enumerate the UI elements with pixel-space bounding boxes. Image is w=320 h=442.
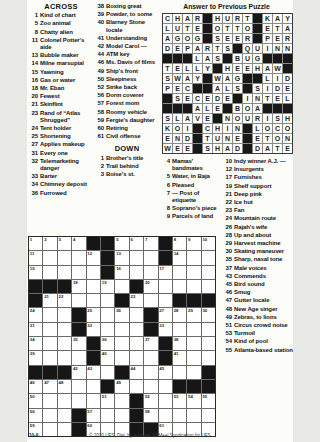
puzzle-cell-r13c7[interactable] [115, 409, 128, 422]
answer-cell-r10c5: L [203, 104, 212, 113]
puzzle-cell-r12c10[interactable] [159, 394, 172, 407]
answer-cell-r3c12: E [273, 34, 282, 43]
puzzle-cell-r6c8[interactable] [130, 308, 143, 321]
grid-clue-number: 52 [145, 394, 150, 399]
puzzle-cell-r9c7[interactable] [115, 351, 128, 364]
answer-cell-r14c2: E [173, 144, 182, 153]
down-clue-23: 23Fan [223, 207, 293, 214]
answer-cell-r6c1: T [163, 64, 172, 73]
across-clue-31: 31Every one [29, 150, 93, 157]
clue-number: 2 [95, 163, 104, 170]
answer-black-cell-r6c13 [283, 64, 292, 73]
clue-number: 6 [161, 182, 170, 189]
answer-cell-r12c8: N [233, 124, 242, 133]
puzzle-cell-r13c2[interactable] [43, 409, 56, 422]
puzzle-cell-r13c12[interactable] [187, 409, 200, 422]
answer-cell-r1c12: A [273, 14, 282, 23]
puzzle-black-cell-r4c3 [58, 280, 71, 293]
puzzle-cell-r9c12[interactable] [187, 351, 200, 364]
puzzle-black-cell-r1c6 [101, 237, 114, 250]
answer-cell-r4c10: U [253, 44, 262, 53]
puzzle-cell-r1c4[interactable]: 4 [72, 237, 85, 250]
across-clue-60: 60Retiring [95, 125, 159, 132]
down-clue-7: 7— Post of etiquette [161, 190, 221, 204]
puzzle-cell-r13c11[interactable] [173, 409, 186, 422]
answer-cell-r6c4: L [193, 64, 202, 73]
puzzle-cell-r4c13[interactable] [202, 280, 215, 293]
across-header: ACROSS [29, 3, 93, 10]
answer-cell-r11c4: V [193, 114, 202, 123]
puzzle-black-cell-r9c5 [87, 351, 100, 364]
puzzle-cell-r11c10[interactable] [159, 380, 172, 393]
answer-cell-r7c6: W [213, 74, 222, 83]
answer-cell-r11c12: S [273, 114, 282, 123]
answer-cell-r7c1: S [163, 74, 172, 83]
answer-cell-r9c5: E [203, 94, 212, 103]
puzzle-cell-r1c2[interactable]: 2 [43, 237, 56, 250]
clue-number: 14 [29, 60, 38, 67]
clue-number: 30 [223, 248, 232, 255]
puzzle-grid[interactable]: 1234567891011121314151617181920212223242… [28, 236, 216, 437]
answer-black-cell-r5c3 [183, 54, 192, 63]
puzzle-cell-r12c5[interactable] [87, 394, 100, 407]
clue-number: 17 [223, 174, 232, 181]
across-clue-5: 5Zoo animal [29, 20, 93, 27]
puzzle-cell-r11c4[interactable] [72, 380, 85, 393]
grid-clue-number: 29 [188, 308, 193, 313]
puzzle-black-cell-r8c10 [159, 337, 172, 350]
down-clue-22: 22Ice hut [223, 199, 293, 206]
puzzle-cell-r1c11[interactable]: 8 [173, 237, 186, 250]
puzzle-cell-r7c1[interactable]: 31 [29, 323, 42, 336]
answer-cell-r2c1: L [163, 24, 172, 33]
puzzle-cell-r6c12[interactable]: 29 [187, 308, 200, 321]
puzzle-cell-r7c7[interactable] [115, 323, 128, 336]
answer-black-cell-r10c13 [283, 104, 292, 113]
answer-cell-r3c1: A [163, 34, 172, 43]
puzzle-cell-r9c11[interactable]: 41 [173, 351, 186, 364]
puzzle-black-cell-r13c8 [130, 409, 143, 422]
puzzle-cell-r12c11[interactable]: 53 [173, 394, 186, 407]
puzzle-cell-r6c3[interactable] [58, 308, 71, 321]
clue-number: 34 [29, 181, 38, 188]
clue-number: 32 [29, 158, 38, 165]
answer-black-cell-r10c11 [263, 104, 272, 113]
puzzle-cell-r12c12[interactable]: 54 [187, 394, 200, 407]
clue-number: 24 [29, 125, 38, 132]
puzzle-cell-r4c9[interactable]: 20 [144, 280, 157, 293]
puzzle-cell-r11c1[interactable]: 46 [29, 380, 42, 393]
across-clue-52: 52Strike back [95, 84, 159, 91]
puzzle-cell-r5c2[interactable]: 21 [43, 294, 56, 307]
down-clue-2: 2Trail behind [95, 163, 159, 170]
down-clue-47: 47Gutter locale [223, 297, 293, 304]
answer-cell-r2c6: O [213, 24, 222, 33]
puzzle-cell-r9c4[interactable] [72, 351, 85, 364]
grid-clue-number: 31 [30, 323, 35, 328]
puzzle-cell-r9c2[interactable] [43, 351, 56, 364]
answer-cell-r13c5: T [203, 134, 212, 143]
down-header: DOWN [95, 145, 159, 152]
answer-cell-r3c2: G [173, 34, 182, 43]
puzzle-cell-r7c2[interactable] [43, 323, 56, 336]
puzzle-cell-r5c6[interactable] [101, 294, 114, 307]
puzzle-cell-r14c2[interactable] [43, 423, 56, 436]
down-clue-1: 1Brother's title [95, 155, 159, 162]
puzzle-cell-r11c8[interactable] [130, 380, 143, 393]
answer-cell-r2c4: E [193, 24, 202, 33]
answer-cell-r14c13: E [283, 144, 292, 153]
puzzle-cell-r6c13[interactable]: 30 [202, 308, 215, 321]
answer-cell-r10c10: A [253, 104, 262, 113]
puzzle-cell-r4c6[interactable]: 19 [101, 280, 114, 293]
answer-cell-r9c3: E [183, 94, 192, 103]
answer-cell-r10c6: E [213, 104, 222, 113]
answer-cell-r11c9: U [243, 114, 252, 123]
puzzle-cell-r12c4[interactable] [72, 394, 85, 407]
puzzle-cell-r7c8[interactable] [130, 323, 143, 336]
puzzle-cell-r12c9[interactable]: 52 [144, 394, 157, 407]
grid-clue-number: 56 [30, 409, 35, 414]
puzzle-cell-r1c12[interactable]: 9 [187, 237, 200, 250]
puzzle-cell-r7c6[interactable] [101, 323, 114, 336]
puzzle-cell-r4c12[interactable] [187, 280, 200, 293]
puzzle-cell-r8c2[interactable] [43, 337, 56, 350]
answer-cell-r6c10: H [253, 64, 262, 73]
puzzle-cell-r9c9[interactable] [144, 351, 157, 364]
clue-number: 45 [223, 281, 232, 288]
down-clue-49: 49Zebras, to lions [223, 314, 293, 321]
answer-cell-r13c3: D [183, 134, 192, 143]
puzzle-cell-r3c13[interactable] [202, 266, 215, 279]
grid-clue-number: 54 [188, 394, 193, 399]
clue-number: 46 [223, 289, 232, 296]
answer-cell-r5c10: G [253, 54, 262, 63]
answer-cell-r14c5: S [203, 144, 212, 153]
puzzle-cell-r6c10[interactable]: 27 [159, 308, 172, 321]
answer-cell-r13c10: E [253, 134, 262, 143]
grid-clue-number: 19 [102, 280, 107, 285]
answer-cell-r3c4: G [193, 34, 202, 43]
puzzle-cell-r8c9[interactable]: 37 [144, 337, 157, 350]
puzzle-black-cell-r5c1 [29, 294, 42, 307]
grid-clue-number: 58 [145, 409, 150, 414]
puzzle-cell-r6c11[interactable]: 28 [173, 308, 186, 321]
puzzle-cell-r12c13[interactable]: 55 [202, 394, 215, 407]
puzzle-black-cell-r11c6 [101, 380, 114, 393]
puzzle-cell-r9c13[interactable] [202, 351, 215, 364]
answer-cell-r5c5: A [203, 54, 212, 63]
grid-clue-number: 48 [59, 380, 64, 385]
across-clue-13: 13Bubble maker [29, 52, 93, 59]
clue-number: 35 [223, 256, 232, 263]
across-clue-25: 25Shortening [29, 133, 93, 140]
puzzle-cell-r9c3[interactable] [58, 351, 71, 364]
puzzle-cell-r10c10[interactable]: 45 [159, 366, 172, 379]
puzzle-cell-r10c12[interactable] [187, 366, 200, 379]
answer-cell-r9c7: E [223, 94, 232, 103]
puzzle-cell-r6c5[interactable]: 25 [87, 308, 100, 321]
answer-black-cell-r7c10 [253, 74, 262, 83]
puzzle-cell-r10c8[interactable]: 44 [130, 366, 143, 379]
grid-clue-number: 12 [87, 251, 92, 256]
puzzle-cell-r8c1[interactable]: 34 [29, 337, 42, 350]
puzzle-black-cell-r5c13 [202, 294, 215, 307]
puzzle-cell-r3c10[interactable]: 17 [159, 266, 172, 279]
puzzle-cell-r3c1[interactable]: 15 [29, 266, 42, 279]
puzzle-cell-r13c9[interactable]: 58 [144, 409, 157, 422]
answer-black-cell-r3c10 [253, 34, 262, 43]
puzzle-cell-r13c5[interactable]: 57 [87, 409, 100, 422]
grid-clue-number: 26 [116, 308, 121, 313]
puzzle-cell-r8c11[interactable]: 38 [173, 337, 186, 350]
puzzle-cell-r7c10[interactable]: 33 [159, 323, 172, 336]
puzzle-cell-r10c5[interactable]: 43 [87, 366, 100, 379]
puzzle-cell-r7c12[interactable] [187, 323, 200, 336]
puzzle-cell-r8c6[interactable]: 36 [101, 337, 114, 350]
puzzle-cell-r12c7[interactable] [115, 394, 128, 407]
answer-cell-r13c1: E [163, 134, 172, 143]
puzzle-cell-r4c7[interactable] [115, 280, 128, 293]
answer-cell-r2c9: O [243, 24, 252, 33]
answer-cell-r1c4: R [193, 14, 202, 23]
answer-cell-r9c10: N [253, 94, 262, 103]
puzzle-cell-r4c11[interactable] [173, 280, 186, 293]
answer-cell-r9c12: E [273, 94, 282, 103]
grid-clue-number: 16 [116, 266, 121, 271]
puzzle-cell-r1c8[interactable]: 6 [130, 237, 143, 250]
answer-black-cell-r2c5 [203, 24, 212, 33]
puzzle-cell-r13c13[interactable] [202, 409, 215, 422]
clue-number: 7 [161, 190, 170, 197]
across-clue-34: 34Chimney deposit [29, 181, 93, 188]
down-clue-21: 21Deep pink [223, 191, 293, 198]
down-clue-12: 12Insurgents [223, 166, 293, 173]
grid-clue-number: 37 [145, 337, 150, 342]
puzzle-cell-r1c7[interactable]: 5 [115, 237, 128, 250]
puzzle-cell-r6c2[interactable] [43, 308, 56, 321]
puzzle-cell-r13c1[interactable]: 56 [29, 409, 42, 422]
answer-cell-r14c3: E [183, 144, 192, 153]
grid-clue-number: 61 [159, 423, 164, 428]
across-clue-list-1: 1Kind of chart5Zoo animal8Chatty alien11… [29, 12, 93, 197]
answer-cell-r1c3: A [183, 14, 192, 23]
puzzle-cell-r5c5[interactable] [87, 294, 100, 307]
across-clue-21: 21Skinflint [29, 101, 93, 108]
puzzle-cell-r10c9[interactable] [144, 366, 157, 379]
answer-cell-r12c2: O [173, 124, 182, 133]
answer-cell-r2c3: T [183, 24, 192, 33]
answer-cell-r3c8: E [233, 34, 242, 43]
answer-black-cell-r9c8 [233, 94, 242, 103]
puzzle-cell-r6c1[interactable]: 24 [29, 308, 42, 321]
puzzle-cell-r10c6[interactable] [101, 366, 114, 379]
puzzle-cell-r10c11[interactable] [173, 366, 186, 379]
clue-number: 40 [95, 19, 104, 26]
puzzle-cell-r12c1[interactable]: 50 [29, 394, 42, 407]
answer-cell-r6c2: E [173, 64, 182, 73]
answer-cell-r9c13: L [283, 94, 292, 103]
puzzle-cell-r2c11[interactable]: 14 [173, 251, 186, 264]
clue-number: 46 [95, 59, 104, 66]
grid-clue-number: 50 [30, 394, 35, 399]
answer-cell-r9c11: T [263, 94, 272, 103]
puzzle-cell-r11c7[interactable]: 49 [115, 380, 128, 393]
puzzle-cell-r1c9[interactable]: 7 [144, 237, 157, 250]
puzzle-cell-r11c5[interactable] [87, 380, 100, 393]
puzzle-cell-r1c13[interactable]: 10 [202, 237, 215, 250]
puzzle-cell-r7c5[interactable]: 32 [87, 323, 100, 336]
clue-number: 25 [29, 133, 38, 140]
answer-cell-r6c12: W [273, 64, 282, 73]
puzzle-cell-r4c5[interactable] [87, 280, 100, 293]
puzzle-cell-r2c8[interactable] [130, 251, 143, 264]
puzzle-cell-r11c3[interactable]: 48 [58, 380, 71, 393]
puzzle-cell-r2c9[interactable] [144, 251, 157, 264]
answer-cell-r1c11: K [263, 14, 272, 23]
grid-clue-number: 11 [30, 251, 35, 256]
puzzle-cell-r3c9[interactable] [144, 266, 157, 279]
answer-cell-r12c10: L [253, 124, 262, 133]
across-clue-32: 32Telemarketing danger [29, 158, 93, 172]
puzzle-cell-r9c1[interactable]: 39 [29, 351, 42, 364]
puzzle-cell-r7c11[interactable] [173, 323, 186, 336]
puzzle-cell-r1c1[interactable]: 1 [29, 237, 42, 250]
across-clue-11: 11Colonel Potter's aide [29, 37, 93, 51]
puzzle-cell-r2c2[interactable] [43, 251, 56, 264]
answer-black-cell-r5c13 [283, 54, 292, 63]
puzzle-cell-r2c12[interactable] [187, 251, 200, 264]
answer-cell-r2c12: T [273, 24, 282, 33]
puzzle-cell-r4c4[interactable]: 18 [72, 280, 85, 293]
answer-black-cell-r7c9 [243, 74, 252, 83]
puzzle-cell-r3c2[interactable] [43, 266, 56, 279]
answer-cell-r7c7: A [223, 74, 232, 83]
puzzle-cell-r8c8[interactable] [130, 337, 143, 350]
across-clue-14: 14Milne marsupial [29, 60, 93, 67]
down-clue-26: 26Rajah's wife [223, 224, 293, 231]
clue-number: 12 [223, 166, 232, 173]
puzzle-cell-r13c10[interactable] [159, 409, 172, 422]
puzzle-cell-r2c1[interactable]: 11 [29, 251, 42, 264]
puzzle-cell-r2c13[interactable] [202, 251, 215, 264]
puzzle-cell-r3c7[interactable]: 16 [115, 266, 128, 279]
answer-cell-r2c7: T [223, 24, 232, 33]
down-clue-30: 30Skating maneuver [223, 248, 293, 255]
puzzle-cell-r2c4[interactable] [72, 251, 85, 264]
grid-clue-number: 20 [145, 280, 150, 285]
puzzle-cell-r5c10[interactable] [159, 294, 172, 307]
puzzle-black-cell-r6c4 [72, 308, 85, 321]
answer-black-cell-r2c10 [253, 24, 262, 33]
answer-cell-r2c2: U [173, 24, 182, 33]
puzzle-cell-r7c13[interactable] [202, 323, 215, 336]
puzzle-cell-r5c9[interactable] [144, 294, 157, 307]
puzzle-cell-r12c3[interactable] [58, 394, 71, 407]
puzzle-cell-r2c3[interactable] [58, 251, 71, 264]
answer-cell-r6c11: A [263, 64, 272, 73]
puzzle-cell-r11c9[interactable] [144, 380, 157, 393]
puzzle-cell-r3c4[interactable] [72, 266, 85, 279]
puzzle-cell-r5c4[interactable] [72, 294, 85, 307]
across-clue-38: 38Boxing great [95, 3, 159, 10]
across-clues-column-1: ACROSS 1Kind of chart5Zoo animal8Chatty … [29, 3, 93, 198]
clue-number: 37 [223, 265, 232, 272]
answer-cell-r11c13: H [283, 114, 292, 123]
puzzle-cell-r5c8[interactable]: 23 [130, 294, 143, 307]
grid-clue-number: 13 [116, 251, 121, 256]
answer-cell-r8c2: E [173, 84, 182, 93]
puzzle-cell-r1c3[interactable]: 3 [58, 237, 71, 250]
puzzle-cell-r9c8[interactable] [130, 351, 143, 364]
clue-number: 36 [29, 190, 38, 197]
puzzle-cell-r8c13[interactable] [202, 337, 215, 350]
puzzle-cell-r8c12[interactable] [187, 337, 200, 350]
puzzle-black-cell-r11c12 [187, 380, 200, 393]
answer-cell-r6c7: H [223, 64, 232, 73]
puzzle-cell-r8c3[interactable] [58, 337, 71, 350]
puzzle-cell-r10c4[interactable]: 42 [72, 366, 85, 379]
puzzle-cell-r7c3[interactable] [58, 323, 71, 336]
grid-clue-number: 60 [87, 423, 92, 428]
answer-cell-r1c7: U [223, 14, 232, 23]
across-clue-1: 1Kind of chart [29, 12, 93, 19]
puzzle-black-cell-r5c11 [173, 294, 186, 307]
answer-cell-r2c11: E [263, 24, 272, 33]
puzzle-cell-r3c3[interactable] [58, 266, 71, 279]
clue-number: 22 [223, 199, 232, 206]
grid-clue-number: 28 [174, 308, 179, 313]
puzzle-cell-r6c7[interactable]: 26 [115, 308, 128, 321]
puzzle-cell-r12c6[interactable]: 51 [101, 394, 114, 407]
puzzle-cell-r8c4[interactable]: 35 [72, 337, 85, 350]
answer-cell-r12c6: H [213, 124, 222, 133]
grid-clue-number: 27 [159, 308, 164, 313]
clue-number: 50 [95, 76, 104, 83]
grid-clue-number: 21 [44, 294, 49, 299]
puzzle-cell-r4c10[interactable] [159, 280, 172, 293]
puzzle-cell-r13c6[interactable] [101, 409, 114, 422]
puzzle-cell-r12c2[interactable] [43, 394, 56, 407]
across-clue-57: 57Forest mom [95, 100, 159, 107]
clue-number: 53 [223, 330, 232, 337]
puzzle-cell-r9c6[interactable]: 40 [101, 351, 114, 364]
puzzle-cell-r11c2[interactable]: 47 [43, 380, 56, 393]
down-clue-4: 4Mamas' bandmates [161, 158, 221, 172]
puzzle-cell-r3c8[interactable] [130, 266, 143, 279]
clue-number: 39 [95, 11, 104, 18]
down-clue-28: 28Up and about [223, 232, 293, 239]
puzzle-cell-r2c5[interactable]: 12 [87, 251, 100, 264]
answer-black-cell-r8c5 [203, 84, 212, 93]
puzzle-cell-r3c5[interactable] [87, 266, 100, 279]
puzzle-cell-r8c7[interactable] [115, 337, 128, 350]
puzzle-cell-r6c6[interactable] [101, 308, 114, 321]
puzzle-cell-r3c12[interactable] [187, 266, 200, 279]
answer-cell-r10c4: A [193, 104, 202, 113]
answer-cell-r14c6: H [213, 144, 222, 153]
puzzle-cell-r2c7[interactable]: 13 [115, 251, 128, 264]
across-clue-33: 33Barter [29, 173, 93, 180]
answer-cell-r8c10: S [253, 84, 262, 93]
answer-black-cell-r14c9 [243, 144, 252, 153]
puzzle-cell-r5c3[interactable]: 22 [58, 294, 71, 307]
puzzle-cell-r13c3[interactable] [58, 409, 71, 422]
puzzle-cell-r14c3[interactable] [58, 423, 71, 436]
down-clue-45: 45Bird sound [223, 281, 293, 288]
puzzle-cell-r3c11[interactable] [173, 266, 186, 279]
clue-number: 19 [223, 183, 232, 190]
